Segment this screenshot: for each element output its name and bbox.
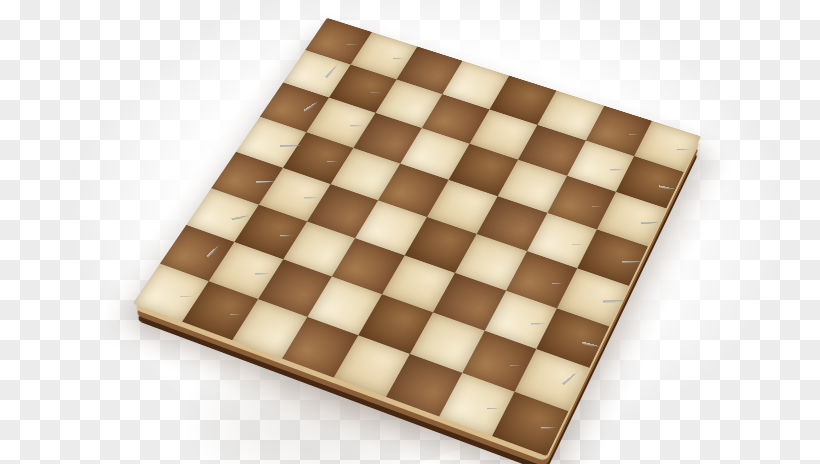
product-photo-stage: ♜♞♝♛♚♝♞♜♟♟♟♟♟♟♟♟♟♟♟♟♟♟♟♟♜♞♝♛♚♝♞♜ bbox=[0, 0, 820, 464]
pieces-layer: ♜♞♝♛♚♝♞♜♟♟♟♟♟♟♟♟♟♟♟♟♟♟♟♟♜♞♝♛♚♝♞♜ bbox=[133, 18, 701, 457]
scene-3d: ♜♞♝♛♚♝♞♜♟♟♟♟♟♟♟♟♟♟♟♟♟♟♟♟♜♞♝♛♚♝♞♜ bbox=[0, 0, 820, 464]
piece-light-rook-a1: ♜ bbox=[505, 350, 577, 431]
chess-board: ♜♞♝♛♚♝♞♜♟♟♟♟♟♟♟♟♟♟♟♟♟♟♟♟♜♞♝♛♚♝♞♜ bbox=[133, 18, 701, 457]
piece-dark-pawn-a7: ♟ bbox=[199, 250, 259, 317]
